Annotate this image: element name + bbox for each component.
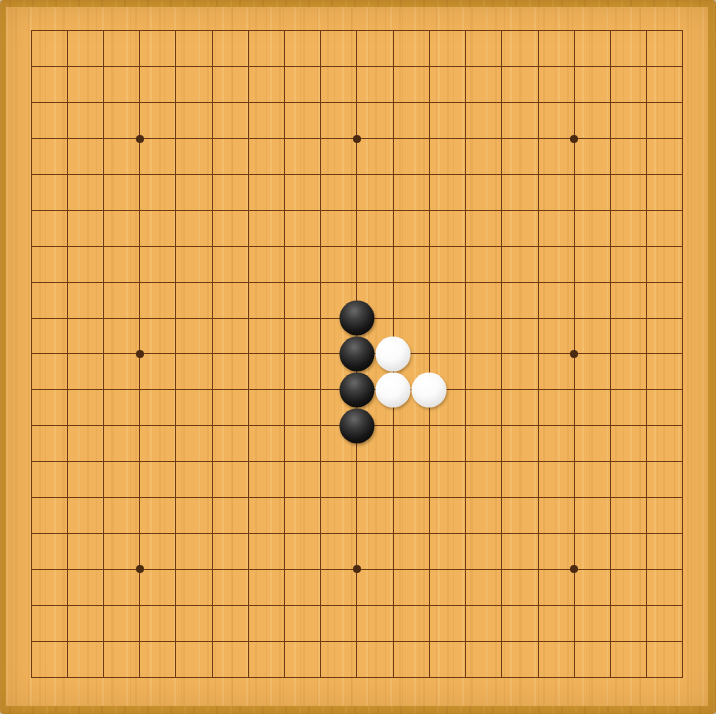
intersection-N5[interactable] <box>448 516 484 552</box>
intersection-G3[interactable] <box>230 587 266 623</box>
intersection-E4[interactable] <box>158 551 194 587</box>
intersection-T18[interactable] <box>665 49 701 85</box>
intersection-O7[interactable] <box>484 444 520 480</box>
intersection-R14[interactable] <box>592 192 628 228</box>
intersection-A13[interactable] <box>13 228 49 264</box>
intersection-J17[interactable] <box>303 85 339 121</box>
intersection-B5[interactable] <box>49 516 85 552</box>
intersection-F6[interactable] <box>194 480 230 516</box>
intersection-D15[interactable] <box>122 157 158 193</box>
intersection-J10[interactable] <box>303 336 339 372</box>
intersection-T10[interactable] <box>665 336 701 372</box>
intersection-C3[interactable] <box>85 587 121 623</box>
intersection-S15[interactable] <box>629 157 665 193</box>
intersection-B2[interactable] <box>49 623 85 659</box>
intersection-R13[interactable] <box>592 228 628 264</box>
intersection-L11[interactable] <box>375 300 411 336</box>
intersection-L2[interactable] <box>375 623 411 659</box>
intersection-S9[interactable] <box>629 372 665 408</box>
intersection-M9[interactable] <box>411 372 447 408</box>
intersection-H19[interactable] <box>266 13 302 49</box>
intersection-M1[interactable] <box>411 659 447 695</box>
intersection-K19[interactable] <box>339 13 375 49</box>
intersection-M8[interactable] <box>411 408 447 444</box>
intersection-M16[interactable] <box>411 121 447 157</box>
intersection-H4[interactable] <box>266 551 302 587</box>
intersection-A2[interactable] <box>13 623 49 659</box>
intersection-L19[interactable] <box>375 13 411 49</box>
intersection-O18[interactable] <box>484 49 520 85</box>
intersection-K11[interactable] <box>339 300 375 336</box>
intersection-T3[interactable] <box>665 587 701 623</box>
intersection-D4[interactable] <box>122 551 158 587</box>
intersection-H9[interactable] <box>266 372 302 408</box>
intersection-G14[interactable] <box>230 192 266 228</box>
intersection-M2[interactable] <box>411 623 447 659</box>
intersection-P9[interactable] <box>520 372 556 408</box>
intersection-E6[interactable] <box>158 480 194 516</box>
intersection-S18[interactable] <box>629 49 665 85</box>
intersection-F14[interactable] <box>194 192 230 228</box>
intersection-J1[interactable] <box>303 659 339 695</box>
intersection-T7[interactable] <box>665 444 701 480</box>
intersection-N4[interactable] <box>448 551 484 587</box>
intersection-N18[interactable] <box>448 49 484 85</box>
intersection-J7[interactable] <box>303 444 339 480</box>
intersection-B16[interactable] <box>49 121 85 157</box>
intersection-T6[interactable] <box>665 480 701 516</box>
intersection-D10[interactable] <box>122 336 158 372</box>
intersection-S14[interactable] <box>629 192 665 228</box>
intersection-J3[interactable] <box>303 587 339 623</box>
intersection-A16[interactable] <box>13 121 49 157</box>
intersection-D9[interactable] <box>122 372 158 408</box>
intersection-S13[interactable] <box>629 228 665 264</box>
intersection-B11[interactable] <box>49 300 85 336</box>
intersection-D11[interactable] <box>122 300 158 336</box>
intersection-R2[interactable] <box>592 623 628 659</box>
intersection-F18[interactable] <box>194 49 230 85</box>
intersection-A6[interactable] <box>13 480 49 516</box>
intersection-L3[interactable] <box>375 587 411 623</box>
intersection-A1[interactable] <box>13 659 49 695</box>
intersection-D18[interactable] <box>122 49 158 85</box>
intersection-T13[interactable] <box>665 228 701 264</box>
intersection-B1[interactable] <box>49 659 85 695</box>
intersection-G6[interactable] <box>230 480 266 516</box>
intersection-R15[interactable] <box>592 157 628 193</box>
intersection-H18[interactable] <box>266 49 302 85</box>
intersection-H15[interactable] <box>266 157 302 193</box>
intersection-D19[interactable] <box>122 13 158 49</box>
intersection-D1[interactable] <box>122 659 158 695</box>
intersection-Q17[interactable] <box>556 85 592 121</box>
intersection-F3[interactable] <box>194 587 230 623</box>
intersection-R7[interactable] <box>592 444 628 480</box>
intersection-R3[interactable] <box>592 587 628 623</box>
intersection-N19[interactable] <box>448 13 484 49</box>
intersection-P18[interactable] <box>520 49 556 85</box>
intersection-E17[interactable] <box>158 85 194 121</box>
intersection-C4[interactable] <box>85 551 121 587</box>
intersection-D14[interactable] <box>122 192 158 228</box>
intersection-F7[interactable] <box>194 444 230 480</box>
intersection-D2[interactable] <box>122 623 158 659</box>
intersection-N12[interactable] <box>448 264 484 300</box>
intersection-N7[interactable] <box>448 444 484 480</box>
intersection-J18[interactable] <box>303 49 339 85</box>
intersection-O16[interactable] <box>484 121 520 157</box>
intersection-N2[interactable] <box>448 623 484 659</box>
intersection-E16[interactable] <box>158 121 194 157</box>
intersection-A14[interactable] <box>13 192 49 228</box>
intersection-L18[interactable] <box>375 49 411 85</box>
intersection-R17[interactable] <box>592 85 628 121</box>
intersection-B17[interactable] <box>49 85 85 121</box>
intersection-S16[interactable] <box>629 121 665 157</box>
intersection-J14[interactable] <box>303 192 339 228</box>
intersection-Q13[interactable] <box>556 228 592 264</box>
intersection-G13[interactable] <box>230 228 266 264</box>
intersection-L14[interactable] <box>375 192 411 228</box>
intersection-G19[interactable] <box>230 13 266 49</box>
intersection-T8[interactable] <box>665 408 701 444</box>
intersection-C6[interactable] <box>85 480 121 516</box>
intersection-N16[interactable] <box>448 121 484 157</box>
intersection-T9[interactable] <box>665 372 701 408</box>
intersection-B19[interactable] <box>49 13 85 49</box>
intersection-O3[interactable] <box>484 587 520 623</box>
intersection-H8[interactable] <box>266 408 302 444</box>
intersection-C16[interactable] <box>85 121 121 157</box>
intersection-A7[interactable] <box>13 444 49 480</box>
intersection-L1[interactable] <box>375 659 411 695</box>
intersection-O17[interactable] <box>484 85 520 121</box>
intersection-H3[interactable] <box>266 587 302 623</box>
intersection-D13[interactable] <box>122 228 158 264</box>
intersection-T16[interactable] <box>665 121 701 157</box>
intersection-P15[interactable] <box>520 157 556 193</box>
intersection-N3[interactable] <box>448 587 484 623</box>
intersection-F4[interactable] <box>194 551 230 587</box>
intersection-J12[interactable] <box>303 264 339 300</box>
intersection-S10[interactable] <box>629 336 665 372</box>
intersection-G15[interactable] <box>230 157 266 193</box>
intersection-N6[interactable] <box>448 480 484 516</box>
intersection-B6[interactable] <box>49 480 85 516</box>
intersection-K6[interactable] <box>339 480 375 516</box>
intersection-T15[interactable] <box>665 157 701 193</box>
intersection-O15[interactable] <box>484 157 520 193</box>
intersection-J9[interactable] <box>303 372 339 408</box>
intersection-C5[interactable] <box>85 516 121 552</box>
intersection-G17[interactable] <box>230 85 266 121</box>
intersection-S17[interactable] <box>629 85 665 121</box>
intersection-Q10[interactable] <box>556 336 592 372</box>
intersection-G12[interactable] <box>230 264 266 300</box>
intersection-D5[interactable] <box>122 516 158 552</box>
intersection-R16[interactable] <box>592 121 628 157</box>
intersection-Q9[interactable] <box>556 372 592 408</box>
intersection-E15[interactable] <box>158 157 194 193</box>
intersection-R9[interactable] <box>592 372 628 408</box>
intersection-Q5[interactable] <box>556 516 592 552</box>
intersection-A8[interactable] <box>13 408 49 444</box>
intersection-A11[interactable] <box>13 300 49 336</box>
intersection-E3[interactable] <box>158 587 194 623</box>
intersection-P13[interactable] <box>520 228 556 264</box>
intersection-A3[interactable] <box>13 587 49 623</box>
intersection-D17[interactable] <box>122 85 158 121</box>
intersection-L5[interactable] <box>375 516 411 552</box>
intersection-C18[interactable] <box>85 49 121 85</box>
intersection-F12[interactable] <box>194 264 230 300</box>
intersection-L6[interactable] <box>375 480 411 516</box>
intersection-M6[interactable] <box>411 480 447 516</box>
intersection-L13[interactable] <box>375 228 411 264</box>
intersection-J4[interactable] <box>303 551 339 587</box>
intersection-T12[interactable] <box>665 264 701 300</box>
intersection-L8[interactable] <box>375 408 411 444</box>
intersection-M13[interactable] <box>411 228 447 264</box>
intersection-T4[interactable] <box>665 551 701 587</box>
intersection-E9[interactable] <box>158 372 194 408</box>
intersection-C10[interactable] <box>85 336 121 372</box>
intersection-L10[interactable] <box>375 336 411 372</box>
intersection-L16[interactable] <box>375 121 411 157</box>
intersection-H17[interactable] <box>266 85 302 121</box>
intersection-E10[interactable] <box>158 336 194 372</box>
intersection-T14[interactable] <box>665 192 701 228</box>
intersection-C12[interactable] <box>85 264 121 300</box>
intersection-P6[interactable] <box>520 480 556 516</box>
intersection-H13[interactable] <box>266 228 302 264</box>
intersection-O6[interactable] <box>484 480 520 516</box>
intersection-T2[interactable] <box>665 623 701 659</box>
intersection-P3[interactable] <box>520 587 556 623</box>
intersection-F1[interactable] <box>194 659 230 695</box>
intersection-L15[interactable] <box>375 157 411 193</box>
intersection-J6[interactable] <box>303 480 339 516</box>
intersection-H6[interactable] <box>266 480 302 516</box>
intersection-R6[interactable] <box>592 480 628 516</box>
intersection-R1[interactable] <box>592 659 628 695</box>
intersection-S19[interactable] <box>629 13 665 49</box>
intersection-M10[interactable] <box>411 336 447 372</box>
intersection-F17[interactable] <box>194 85 230 121</box>
intersection-K12[interactable] <box>339 264 375 300</box>
intersection-E11[interactable] <box>158 300 194 336</box>
intersection-A10[interactable] <box>13 336 49 372</box>
intersection-R19[interactable] <box>592 13 628 49</box>
intersection-K16[interactable] <box>339 121 375 157</box>
intersection-O11[interactable] <box>484 300 520 336</box>
intersection-T17[interactable] <box>665 85 701 121</box>
intersection-J19[interactable] <box>303 13 339 49</box>
intersection-B3[interactable] <box>49 587 85 623</box>
intersection-C1[interactable] <box>85 659 121 695</box>
intersection-E12[interactable] <box>158 264 194 300</box>
intersection-M4[interactable] <box>411 551 447 587</box>
intersection-D6[interactable] <box>122 480 158 516</box>
intersection-B7[interactable] <box>49 444 85 480</box>
intersection-T11[interactable] <box>665 300 701 336</box>
intersection-D12[interactable] <box>122 264 158 300</box>
intersection-A5[interactable] <box>13 516 49 552</box>
intersection-H11[interactable] <box>266 300 302 336</box>
intersection-K1[interactable] <box>339 659 375 695</box>
intersection-D8[interactable] <box>122 408 158 444</box>
intersection-Q7[interactable] <box>556 444 592 480</box>
intersection-J8[interactable] <box>303 408 339 444</box>
intersection-K14[interactable] <box>339 192 375 228</box>
intersection-B8[interactable] <box>49 408 85 444</box>
intersection-C9[interactable] <box>85 372 121 408</box>
intersection-O12[interactable] <box>484 264 520 300</box>
intersection-S8[interactable] <box>629 408 665 444</box>
intersection-O4[interactable] <box>484 551 520 587</box>
intersection-M15[interactable] <box>411 157 447 193</box>
intersection-T19[interactable] <box>665 13 701 49</box>
intersection-O19[interactable] <box>484 13 520 49</box>
intersection-K9[interactable] <box>339 372 375 408</box>
intersection-O10[interactable] <box>484 336 520 372</box>
intersection-Q15[interactable] <box>556 157 592 193</box>
intersection-S6[interactable] <box>629 480 665 516</box>
intersection-C19[interactable] <box>85 13 121 49</box>
intersection-J16[interactable] <box>303 121 339 157</box>
intersection-Q16[interactable] <box>556 121 592 157</box>
intersection-R8[interactable] <box>592 408 628 444</box>
intersection-T5[interactable] <box>665 516 701 552</box>
intersection-H12[interactable] <box>266 264 302 300</box>
intersection-K5[interactable] <box>339 516 375 552</box>
intersection-J5[interactable] <box>303 516 339 552</box>
intersection-F15[interactable] <box>194 157 230 193</box>
intersection-G5[interactable] <box>230 516 266 552</box>
intersection-N17[interactable] <box>448 85 484 121</box>
intersection-S12[interactable] <box>629 264 665 300</box>
intersection-R4[interactable] <box>592 551 628 587</box>
intersection-K7[interactable] <box>339 444 375 480</box>
intersection-F9[interactable] <box>194 372 230 408</box>
intersection-K4[interactable] <box>339 551 375 587</box>
intersection-G11[interactable] <box>230 300 266 336</box>
intersection-E19[interactable] <box>158 13 194 49</box>
intersection-Q19[interactable] <box>556 13 592 49</box>
intersection-Q12[interactable] <box>556 264 592 300</box>
intersection-F2[interactable] <box>194 623 230 659</box>
intersection-M12[interactable] <box>411 264 447 300</box>
intersection-A12[interactable] <box>13 264 49 300</box>
intersection-D3[interactable] <box>122 587 158 623</box>
intersection-N13[interactable] <box>448 228 484 264</box>
intersection-K13[interactable] <box>339 228 375 264</box>
intersection-S4[interactable] <box>629 551 665 587</box>
intersection-M5[interactable] <box>411 516 447 552</box>
intersection-J13[interactable] <box>303 228 339 264</box>
intersection-M3[interactable] <box>411 587 447 623</box>
intersection-P5[interactable] <box>520 516 556 552</box>
intersection-J11[interactable] <box>303 300 339 336</box>
intersection-P2[interactable] <box>520 623 556 659</box>
intersection-P11[interactable] <box>520 300 556 336</box>
intersection-P7[interactable] <box>520 444 556 480</box>
intersection-Q6[interactable] <box>556 480 592 516</box>
intersection-K8[interactable] <box>339 408 375 444</box>
intersection-M14[interactable] <box>411 192 447 228</box>
intersection-H5[interactable] <box>266 516 302 552</box>
intersection-J15[interactable] <box>303 157 339 193</box>
intersection-E18[interactable] <box>158 49 194 85</box>
intersection-Q2[interactable] <box>556 623 592 659</box>
intersection-G4[interactable] <box>230 551 266 587</box>
intersection-Q1[interactable] <box>556 659 592 695</box>
intersection-K10[interactable] <box>339 336 375 372</box>
intersection-E5[interactable] <box>158 516 194 552</box>
intersection-K18[interactable] <box>339 49 375 85</box>
intersection-C7[interactable] <box>85 444 121 480</box>
intersection-M17[interactable] <box>411 85 447 121</box>
intersection-N1[interactable] <box>448 659 484 695</box>
intersection-K3[interactable] <box>339 587 375 623</box>
intersection-C15[interactable] <box>85 157 121 193</box>
intersection-H1[interactable] <box>266 659 302 695</box>
intersection-B9[interactable] <box>49 372 85 408</box>
intersection-S5[interactable] <box>629 516 665 552</box>
intersection-G7[interactable] <box>230 444 266 480</box>
intersection-B10[interactable] <box>49 336 85 372</box>
intersection-G8[interactable] <box>230 408 266 444</box>
intersection-E2[interactable] <box>158 623 194 659</box>
intersection-Q14[interactable] <box>556 192 592 228</box>
intersection-P19[interactable] <box>520 13 556 49</box>
intersection-B18[interactable] <box>49 49 85 85</box>
intersection-L4[interactable] <box>375 551 411 587</box>
intersection-E1[interactable] <box>158 659 194 695</box>
intersection-C17[interactable] <box>85 85 121 121</box>
intersection-A9[interactable] <box>13 372 49 408</box>
intersection-P14[interactable] <box>520 192 556 228</box>
intersection-H2[interactable] <box>266 623 302 659</box>
intersection-A19[interactable] <box>13 13 49 49</box>
intersection-D16[interactable] <box>122 121 158 157</box>
intersection-C2[interactable] <box>85 623 121 659</box>
intersection-B4[interactable] <box>49 551 85 587</box>
intersection-K17[interactable] <box>339 85 375 121</box>
intersection-C14[interactable] <box>85 192 121 228</box>
intersection-H7[interactable] <box>266 444 302 480</box>
intersection-R5[interactable] <box>592 516 628 552</box>
intersection-N11[interactable] <box>448 300 484 336</box>
intersection-G18[interactable] <box>230 49 266 85</box>
intersection-Q18[interactable] <box>556 49 592 85</box>
intersection-O8[interactable] <box>484 408 520 444</box>
intersection-N14[interactable] <box>448 192 484 228</box>
intersection-C11[interactable] <box>85 300 121 336</box>
intersection-G1[interactable] <box>230 659 266 695</box>
intersection-F10[interactable] <box>194 336 230 372</box>
intersection-N8[interactable] <box>448 408 484 444</box>
intersection-Q3[interactable] <box>556 587 592 623</box>
intersection-P1[interactable] <box>520 659 556 695</box>
intersection-O5[interactable] <box>484 516 520 552</box>
intersection-L17[interactable] <box>375 85 411 121</box>
intersection-E14[interactable] <box>158 192 194 228</box>
intersection-S3[interactable] <box>629 587 665 623</box>
intersection-O1[interactable] <box>484 659 520 695</box>
intersection-G16[interactable] <box>230 121 266 157</box>
